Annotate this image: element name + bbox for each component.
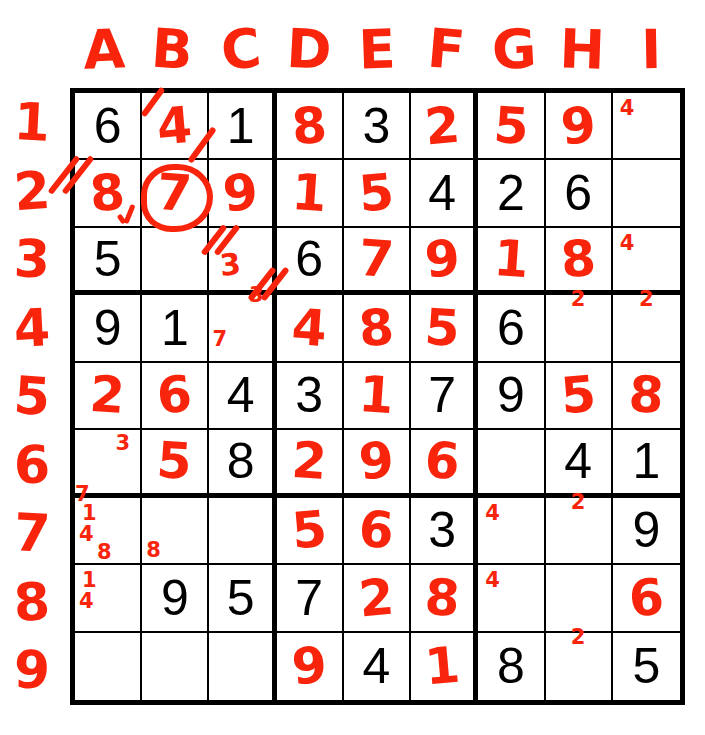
- cell-F5[interactable]: 7: [411, 363, 478, 430]
- cell-value: 2: [357, 571, 396, 624]
- cell-A7[interactable]: 148: [75, 498, 142, 565]
- cell-value: 5: [559, 369, 598, 422]
- cell-value: 8: [423, 572, 461, 624]
- cell-C5[interactable]: 4: [209, 363, 276, 430]
- cell-D6[interactable]: 2: [277, 430, 344, 497]
- cell-value: 6: [497, 303, 525, 353]
- cell-value: 3: [295, 370, 323, 420]
- col-label-G: G: [478, 16, 550, 83]
- cell-G7[interactable]: 4: [478, 498, 545, 565]
- cell-E8[interactable]: 2: [344, 565, 411, 632]
- cell-B5[interactable]: 6: [142, 363, 209, 430]
- cell-value: 6: [295, 234, 323, 284]
- cell-E4[interactable]: 8: [344, 295, 411, 362]
- cell-I7[interactable]: 9: [613, 498, 680, 565]
- col-label-D: D: [273, 16, 345, 83]
- cell-value: 6: [564, 168, 592, 218]
- cell-E7[interactable]: 6: [344, 498, 411, 565]
- pencil-mark: 4: [485, 570, 500, 591]
- col-label-A: A: [69, 17, 140, 83]
- cell-F4[interactable]: 5: [411, 295, 478, 362]
- cell-H5[interactable]: 5: [546, 363, 613, 430]
- col-label-F: F: [409, 15, 483, 85]
- cell-B3[interactable]: [142, 228, 209, 295]
- cell-A8[interactable]: 14: [75, 565, 142, 632]
- cell-E9[interactable]: 4: [344, 633, 411, 700]
- cell-value: 2: [423, 99, 462, 152]
- cell-A6[interactable]: 37: [75, 430, 142, 497]
- pencil-mark: 4: [79, 524, 94, 545]
- cell-D8[interactable]: 7: [277, 565, 344, 632]
- cell-value: 6: [94, 101, 122, 151]
- row-label-5: 5: [0, 360, 66, 433]
- cell-value: 9: [559, 99, 598, 152]
- cell-D3[interactable]: 6: [277, 228, 344, 295]
- cell-C1[interactable]: 1: [209, 93, 276, 160]
- sudoku-screenshot: { "game": "sudoku", "position": "6418325…: [0, 0, 705, 735]
- column-labels: ABCDEFGHI: [70, 18, 685, 82]
- cell-H8[interactable]: [546, 565, 613, 632]
- row-label-7: 7: [0, 498, 66, 570]
- cell-value: 4: [227, 370, 255, 420]
- cell-value: 1: [492, 233, 530, 285]
- pencil-mark: 2: [639, 289, 654, 310]
- pencil-mark: 2: [571, 289, 586, 310]
- cell-I5[interactable]: 8: [613, 363, 680, 430]
- pencil-mark: 4: [485, 503, 500, 524]
- cell-E5[interactable]: 1: [344, 363, 411, 430]
- pencil-mark: 7: [212, 329, 227, 350]
- cell-D2[interactable]: 1: [277, 160, 344, 227]
- pencil-mark: 3: [116, 433, 131, 454]
- pencil-mark: 8: [97, 542, 112, 563]
- cell-value: 9: [423, 233, 462, 286]
- cell-value: 8: [88, 167, 127, 220]
- cell-value: 7: [295, 573, 323, 623]
- cell-A4[interactable]: 9: [75, 295, 142, 362]
- cell-C4[interactable]: 37: [209, 295, 276, 362]
- cell-C7[interactable]: [209, 498, 276, 565]
- cell-H3[interactable]: 8: [546, 228, 613, 295]
- cell-value: 1: [423, 640, 462, 693]
- cell-F6[interactable]: 6: [411, 430, 478, 497]
- pencil-mark: 8: [146, 540, 161, 561]
- cell-value: 9: [497, 370, 525, 420]
- cell-I1[interactable]: 4: [613, 93, 680, 160]
- cell-value: 7: [428, 370, 456, 420]
- cell-B6[interactable]: 5: [142, 430, 209, 497]
- cell-value: 5: [290, 504, 329, 557]
- cell-value: 9: [357, 435, 396, 488]
- cell-A2[interactable]: 8: [75, 160, 142, 227]
- cell-value: 8: [627, 369, 665, 421]
- cell-H4[interactable]: 2: [546, 295, 613, 362]
- cell-value: 6: [357, 504, 395, 556]
- cell-value: 5: [156, 435, 194, 487]
- row-label-1: 1: [0, 86, 66, 158]
- cell-G4[interactable]: 6: [478, 295, 545, 362]
- row-label-4: 4: [0, 292, 66, 364]
- row-label-2: 2: [0, 154, 66, 227]
- cell-I2[interactable]: [613, 160, 680, 227]
- cell-value: 3: [428, 505, 456, 555]
- cell-A1[interactable]: 6: [75, 93, 142, 160]
- cell-value: 1: [357, 369, 395, 421]
- cell-A3[interactable]: 5: [75, 228, 142, 295]
- cell-E2[interactable]: 5: [344, 160, 411, 227]
- cell-value: 1: [161, 303, 189, 353]
- cell-C9[interactable]: [209, 633, 276, 700]
- cell-B8[interactable]: 9: [142, 565, 209, 632]
- cell-E3[interactable]: 7: [344, 228, 411, 295]
- cell-G2[interactable]: 2: [478, 160, 545, 227]
- cell-D1[interactable]: 8: [277, 93, 344, 160]
- cell-value: 3: [219, 249, 243, 281]
- cell-value: 4: [290, 302, 328, 354]
- cell-value: 8: [227, 436, 255, 486]
- cell-H2[interactable]: 6: [546, 160, 613, 227]
- cell-value: 9: [94, 303, 122, 353]
- cell-value: 6: [627, 571, 666, 624]
- cell-H1[interactable]: 9: [546, 93, 613, 160]
- pencil-mark: 2: [571, 492, 586, 513]
- cell-value: 1: [227, 101, 255, 151]
- cell-value: 4: [363, 641, 391, 691]
- cell-E1[interactable]: 3: [344, 93, 411, 160]
- cell-I4[interactable]: 2: [613, 295, 680, 362]
- col-label-E: E: [342, 17, 413, 83]
- cell-H7[interactable]: 2: [546, 498, 613, 565]
- row-label-3: 3: [0, 224, 65, 295]
- cell-value: 8: [290, 99, 329, 152]
- cell-G3[interactable]: 1: [478, 228, 545, 295]
- col-label-B: B: [136, 16, 209, 85]
- cell-C6[interactable]: 8: [209, 430, 276, 497]
- cell-G1[interactable]: 5: [478, 93, 545, 160]
- cell-value: 9: [290, 640, 329, 693]
- cell-value: 4: [428, 168, 456, 218]
- cell-F3[interactable]: 9: [411, 228, 478, 295]
- cell-value: 9: [221, 167, 260, 220]
- cell-value: 5: [357, 167, 396, 220]
- cell-value: 5: [423, 302, 461, 354]
- cell-F8[interactable]: 8: [411, 565, 478, 632]
- col-label-C: C: [203, 15, 278, 86]
- col-label-H: H: [547, 17, 618, 83]
- pencil-mark: 4: [620, 98, 635, 119]
- cell-value: 1: [632, 436, 660, 486]
- cell-value: 6: [155, 369, 194, 422]
- cell-H6[interactable]: 4: [546, 430, 613, 497]
- row-label-9: 9: [0, 635, 65, 706]
- circle-annotation: [141, 164, 213, 232]
- pencil-mark: 1: [82, 570, 97, 591]
- pencil-mark: 2: [571, 627, 586, 648]
- cell-value: 7: [357, 233, 395, 285]
- cell-value: 4: [155, 99, 194, 152]
- cell-value: 8: [559, 233, 598, 286]
- row-label-8: 8: [0, 566, 66, 638]
- cell-value: 2: [89, 369, 127, 421]
- cell-G9[interactable]: 8: [478, 633, 545, 700]
- cell-H9[interactable]: 2: [546, 633, 613, 700]
- pencil-mark: 4: [79, 591, 94, 612]
- row-label-6: 6: [0, 430, 65, 501]
- pencil-mark: 7: [75, 484, 90, 505]
- cell-D9[interactable]: 9: [277, 633, 344, 700]
- cell-value: 6: [423, 435, 461, 487]
- cell-value: 5: [632, 641, 660, 691]
- cell-value: 4: [564, 436, 592, 486]
- cell-value: 9: [632, 505, 660, 555]
- pencil-mark: 1: [82, 503, 97, 524]
- cell-B2[interactable]: 7: [142, 160, 209, 227]
- cell-value: 2: [497, 168, 525, 218]
- cell-E6[interactable]: 9: [344, 430, 411, 497]
- cell-A5[interactable]: 2: [75, 363, 142, 430]
- cell-D7[interactable]: 5: [277, 498, 344, 565]
- sudoku-board: 6418325948791542653679184913748562226431…: [70, 88, 685, 705]
- cell-C2[interactable]: 9: [209, 160, 276, 227]
- cell-value: 1: [290, 167, 328, 219]
- cell-value: 5: [227, 573, 255, 623]
- cell-value: 9: [161, 573, 189, 623]
- cell-I6[interactable]: 1: [613, 430, 680, 497]
- cell-G8[interactable]: 4: [478, 565, 545, 632]
- cell-C8[interactable]: 5: [209, 565, 276, 632]
- cell-I8[interactable]: 6: [613, 565, 680, 632]
- cell-B1[interactable]: 4: [142, 93, 209, 160]
- cell-I9[interactable]: 5: [613, 633, 680, 700]
- col-label-I: I: [616, 17, 685, 82]
- cell-G5[interactable]: 9: [478, 363, 545, 430]
- cell-value: 5: [94, 234, 122, 284]
- cell-value: 2: [290, 435, 328, 487]
- cell-D4[interactable]: 4: [277, 295, 344, 362]
- cell-B9[interactable]: [142, 633, 209, 700]
- cell-F2[interactable]: 4: [411, 160, 478, 227]
- cell-value: 8: [357, 302, 396, 355]
- cell-A9[interactable]: [75, 633, 142, 700]
- cell-G6[interactable]: [478, 430, 545, 497]
- cell-B7[interactable]: 8: [142, 498, 209, 565]
- cell-B4[interactable]: 1: [142, 295, 209, 362]
- pencil-mark: 4: [620, 233, 635, 254]
- cell-F9[interactable]: 1: [411, 633, 478, 700]
- cell-value: 3: [363, 101, 391, 151]
- cell-value: 5: [492, 100, 530, 152]
- cell-F1[interactable]: 2: [411, 93, 478, 160]
- cell-C3[interactable]: 3: [209, 228, 276, 295]
- cell-F7[interactable]: 3: [411, 498, 478, 565]
- cell-I3[interactable]: 4: [613, 228, 680, 295]
- cell-D5[interactable]: 3: [277, 363, 344, 430]
- cell-value: 8: [497, 641, 525, 691]
